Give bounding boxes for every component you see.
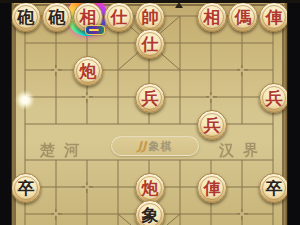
point-cross-marker — [82, 182, 93, 193]
piece-砲-black[interactable]: 砲 — [42, 2, 72, 32]
xiangqi-game-screen: 楚河 汉界 JJ 象棋 砲砲相仕帥相傌俥仕炮兵兵兵卒炮俥卒象 — [0, 0, 300, 225]
piece-仕-red[interactable]: 仕 — [135, 29, 165, 59]
left-background-strip — [0, 0, 12, 225]
piece-象-black[interactable]: 象 — [135, 200, 165, 225]
selected-piece-skin-badge — [85, 25, 105, 35]
piece-仕-red[interactable]: 仕 — [104, 2, 134, 32]
piece-帥-red[interactable]: 帥 — [135, 2, 165, 32]
piece-兵-red[interactable]: 兵 — [135, 83, 165, 113]
piece-俥-red[interactable]: 俥 — [259, 2, 289, 32]
jj-logo-text: 象棋 — [148, 139, 172, 154]
piece-兵-red[interactable]: 兵 — [197, 110, 227, 140]
jj-logo-letters: JJ — [138, 139, 147, 153]
piece-砲-black[interactable]: 砲 — [11, 2, 41, 32]
point-cross-marker — [237, 209, 248, 220]
top-background-strip — [0, 0, 300, 3]
piece-炮-red[interactable]: 炮 — [135, 173, 165, 203]
piece-卒-black[interactable]: 卒 — [259, 173, 289, 203]
point-cross-marker — [51, 209, 62, 220]
piece-相-red[interactable]: 相 — [197, 2, 227, 32]
right-background-strip — [287, 0, 300, 225]
piece-卒-black[interactable]: 卒 — [11, 173, 41, 203]
river-label-chu-he: 楚河 — [40, 141, 88, 160]
jj-xiangqi-logo: JJ 象棋 — [111, 136, 199, 156]
point-cross-marker — [82, 92, 93, 103]
move-glow-dot-marker — [15, 90, 35, 110]
piece-傌-red[interactable]: 傌 — [228, 2, 258, 32]
point-cross-marker — [237, 65, 248, 76]
point-cross-marker — [206, 92, 217, 103]
river-label-han-jie: 汉界 — [219, 141, 267, 160]
piece-兵-red[interactable]: 兵 — [259, 83, 289, 113]
point-cross-marker — [51, 65, 62, 76]
piece-俥-red[interactable]: 俥 — [197, 173, 227, 203]
piece-炮-red[interactable]: 炮 — [73, 56, 103, 86]
